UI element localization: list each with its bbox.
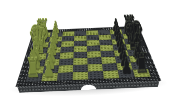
- file-label: g: [33, 40, 35, 41]
- chess-set-photo: 12345678 12345678 hgfedcba hgfedcba ♜♟♟♜…: [0, 0, 175, 105]
- file-label: a: [153, 72, 155, 73]
- file-label: a: [21, 77, 23, 78]
- board-grid: ♜♟♟♜♞♟♟♞♝♟♟♝♚♟♟♚♛♟♟♛♝♟♟♝♞♟♟♞♜♟♟♜: [26, 29, 151, 82]
- square-a8: ♜: [133, 69, 151, 77]
- rank-label: 6: [111, 80, 113, 81]
- rank-label: 4: [80, 81, 82, 82]
- file-label: b: [23, 70, 25, 71]
- rank-label: 5: [95, 81, 97, 82]
- rank-label: 3: [64, 82, 66, 84]
- board-frame: 12345678 12345678 hgfedcba hgfedcba ♜♟♟♜…: [15, 26, 161, 87]
- square-a3: [57, 72, 73, 80]
- chess-board: 12345678 12345678 hgfedcba hgfedcba ♜♟♟♜…: [15, 26, 161, 87]
- file-label: e: [143, 46, 145, 47]
- square-a4: [73, 72, 89, 80]
- file-label: c: [26, 63, 28, 64]
- file-label: d: [27, 57, 29, 58]
- square-a5: [88, 71, 104, 79]
- rank-label: 8: [143, 79, 145, 80]
- file-label: b: [150, 65, 152, 66]
- rank-label: 7: [127, 79, 129, 80]
- green-rook: ♜: [38, 16, 50, 37]
- file-label: f: [141, 40, 142, 41]
- file-label: c: [148, 58, 150, 59]
- file-label: h: [137, 31, 139, 32]
- rank-label: 1: [32, 83, 34, 85]
- file-label: f: [31, 45, 32, 46]
- rank-label: 2: [48, 83, 50, 85]
- square-a2: ♟: [41, 73, 58, 81]
- file-label: d: [145, 52, 147, 53]
- file-label: e: [29, 51, 31, 52]
- black-rook: ♜: [122, 13, 134, 34]
- file-label: h: [34, 35, 36, 36]
- square-a1: ♜: [26, 73, 43, 81]
- black-pawn: ♟: [111, 17, 121, 34]
- green-pawn: ♟: [51, 20, 61, 37]
- board-perspective-wrapper: 12345678 12345678 hgfedcba hgfedcba ♜♟♟♜…: [0, 0, 175, 105]
- file-label: g: [139, 35, 141, 36]
- square-a6: [103, 70, 120, 78]
